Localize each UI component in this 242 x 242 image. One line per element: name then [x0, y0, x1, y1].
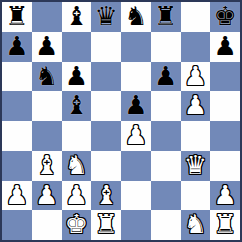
white-knight: ♞ [65, 151, 88, 181]
square-g4[interactable] [181, 121, 211, 151]
square-d2[interactable]: ♝ [91, 181, 121, 211]
square-c5[interactable]: ♝ [62, 91, 92, 121]
black-rook: ♜ [154, 2, 177, 32]
square-h5[interactable] [210, 91, 240, 121]
square-e1[interactable] [121, 210, 151, 240]
square-d4[interactable] [91, 121, 121, 151]
square-h3[interactable] [210, 151, 240, 181]
chess-board: ♜♝♛♞♜♚♟♟♟♞♟♟♟♝♟♟♟♝♞♛♟♟♟♝♟♚♜♞♜ [2, 2, 240, 240]
square-c7[interactable] [62, 32, 92, 62]
white-king: ♚ [65, 210, 88, 240]
white-pawn: ♟ [184, 91, 207, 121]
black-knight: ♞ [35, 62, 58, 92]
white-rook: ♜ [213, 210, 236, 240]
square-g1[interactable]: ♞ [181, 210, 211, 240]
square-a3[interactable] [2, 151, 32, 181]
square-e3[interactable] [121, 151, 151, 181]
square-f2[interactable] [151, 181, 181, 211]
black-queen: ♛ [94, 2, 117, 32]
square-c8[interactable]: ♝ [62, 2, 92, 32]
square-e4[interactable]: ♟ [121, 121, 151, 151]
square-f3[interactable] [151, 151, 181, 181]
square-g6[interactable]: ♟ [181, 62, 211, 92]
square-a7[interactable]: ♟ [2, 32, 32, 62]
square-g8[interactable] [181, 2, 211, 32]
square-c4[interactable] [62, 121, 92, 151]
black-king: ♚ [213, 2, 236, 32]
square-a1[interactable] [2, 210, 32, 240]
square-a2[interactable]: ♟ [2, 181, 32, 211]
black-pawn: ♟ [213, 32, 236, 62]
square-h2[interactable]: ♟ [210, 181, 240, 211]
white-pawn: ♟ [5, 181, 28, 211]
square-d1[interactable]: ♜ [91, 210, 121, 240]
square-g5[interactable]: ♟ [181, 91, 211, 121]
square-d5[interactable] [91, 91, 121, 121]
square-e6[interactable] [121, 62, 151, 92]
square-b8[interactable] [32, 2, 62, 32]
black-pawn: ♟ [35, 32, 58, 62]
white-pawn: ♟ [124, 121, 147, 151]
square-f4[interactable] [151, 121, 181, 151]
black-bishop: ♝ [65, 2, 88, 32]
square-h1[interactable]: ♜ [210, 210, 240, 240]
square-h7[interactable]: ♟ [210, 32, 240, 62]
black-knight: ♞ [124, 2, 147, 32]
white-pawn: ♟ [65, 181, 88, 211]
square-f6[interactable]: ♟ [151, 62, 181, 92]
square-g3[interactable]: ♛ [181, 151, 211, 181]
square-f8[interactable]: ♜ [151, 2, 181, 32]
square-c1[interactable]: ♚ [62, 210, 92, 240]
square-f7[interactable] [151, 32, 181, 62]
black-pawn: ♟ [5, 32, 28, 62]
square-e8[interactable]: ♞ [121, 2, 151, 32]
white-rook: ♜ [94, 210, 117, 240]
black-pawn: ♟ [65, 62, 88, 92]
square-a6[interactable] [2, 62, 32, 92]
white-pawn: ♟ [35, 181, 58, 211]
black-rook: ♜ [5, 2, 28, 32]
square-b5[interactable] [32, 91, 62, 121]
square-d6[interactable] [91, 62, 121, 92]
square-c6[interactable]: ♟ [62, 62, 92, 92]
white-pawn: ♟ [213, 181, 236, 211]
white-knight: ♞ [184, 210, 207, 240]
square-e5[interactable]: ♟ [121, 91, 151, 121]
square-b3[interactable]: ♝ [32, 151, 62, 181]
square-h4[interactable] [210, 121, 240, 151]
white-bishop: ♝ [35, 151, 58, 181]
square-a5[interactable] [2, 91, 32, 121]
chess-board-frame: ♜♝♛♞♜♚♟♟♟♞♟♟♟♝♟♟♟♝♞♛♟♟♟♝♟♚♜♞♜ [0, 0, 242, 242]
square-e7[interactable] [121, 32, 151, 62]
square-h6[interactable] [210, 62, 240, 92]
square-h8[interactable]: ♚ [210, 2, 240, 32]
black-pawn: ♟ [124, 91, 147, 121]
square-f1[interactable] [151, 210, 181, 240]
square-b6[interactable]: ♞ [32, 62, 62, 92]
square-d8[interactable]: ♛ [91, 2, 121, 32]
square-e2[interactable] [121, 181, 151, 211]
square-d3[interactable] [91, 151, 121, 181]
white-queen: ♛ [184, 151, 207, 181]
square-f5[interactable] [151, 91, 181, 121]
square-d7[interactable] [91, 32, 121, 62]
white-bishop: ♝ [94, 181, 117, 211]
square-a8[interactable]: ♜ [2, 2, 32, 32]
square-a4[interactable] [2, 121, 32, 151]
square-b2[interactable]: ♟ [32, 181, 62, 211]
black-pawn: ♟ [154, 62, 177, 92]
square-c2[interactable]: ♟ [62, 181, 92, 211]
square-c3[interactable]: ♞ [62, 151, 92, 181]
black-bishop: ♝ [65, 91, 88, 121]
white-pawn: ♟ [184, 62, 207, 92]
square-b7[interactable]: ♟ [32, 32, 62, 62]
square-b1[interactable] [32, 210, 62, 240]
square-g2[interactable] [181, 181, 211, 211]
square-b4[interactable] [32, 121, 62, 151]
square-g7[interactable] [181, 32, 211, 62]
